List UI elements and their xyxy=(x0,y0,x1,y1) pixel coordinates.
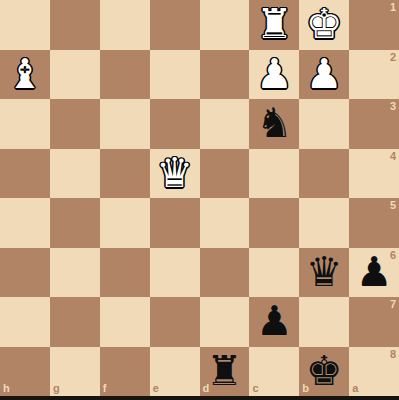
rank-label-4: 4 xyxy=(390,151,396,162)
square-g1[interactable] xyxy=(50,0,100,50)
white-pawn-b2[interactable]: ♟ xyxy=(299,50,349,100)
square-d1[interactable] xyxy=(200,0,250,50)
square-f6[interactable] xyxy=(100,248,150,298)
square-h2[interactable]: ♝ xyxy=(0,50,50,100)
black-knight-c3[interactable]: ♞ xyxy=(249,99,299,149)
white-pawn-c2[interactable]: ♟ xyxy=(249,50,299,100)
square-c4[interactable] xyxy=(249,149,299,199)
square-e8[interactable]: e xyxy=(150,347,200,397)
black-rook-d8[interactable]: ♜ xyxy=(200,347,250,397)
square-h7[interactable] xyxy=(0,297,50,347)
square-d6[interactable] xyxy=(200,248,250,298)
square-e2[interactable] xyxy=(150,50,200,100)
square-h4[interactable] xyxy=(0,149,50,199)
bottom-bar xyxy=(0,396,399,400)
file-label-g: g xyxy=(53,383,60,394)
square-c6[interactable] xyxy=(249,248,299,298)
white-rook-c1[interactable]: ♜ xyxy=(249,0,299,50)
square-a4[interactable]: 4 xyxy=(349,149,399,199)
square-d2[interactable] xyxy=(200,50,250,100)
file-label-a: a xyxy=(352,383,358,394)
white-king-b1[interactable]: ♚ xyxy=(299,0,349,50)
square-a3[interactable]: 3 xyxy=(349,99,399,149)
square-e5[interactable] xyxy=(150,198,200,248)
square-g5[interactable] xyxy=(50,198,100,248)
square-e4[interactable]: ♛ xyxy=(150,149,200,199)
square-c2[interactable]: ♟ xyxy=(249,50,299,100)
file-label-f: f xyxy=(103,383,107,394)
rank-label-1: 1 xyxy=(390,2,396,13)
square-d7[interactable] xyxy=(200,297,250,347)
square-h8[interactable]: h xyxy=(0,347,50,397)
white-bishop-h2[interactable]: ♝ xyxy=(0,50,50,100)
square-b4[interactable] xyxy=(299,149,349,199)
black-pawn-a6[interactable]: ♟ xyxy=(349,248,399,298)
square-a8[interactable]: 8a xyxy=(349,347,399,397)
square-a7[interactable]: 7 xyxy=(349,297,399,347)
square-b5[interactable] xyxy=(299,198,349,248)
square-g7[interactable] xyxy=(50,297,100,347)
chess-app: ♜♚1♝♟♟2♞3♛45♛6♟♟7hgfed♜cb♚8a xyxy=(0,0,399,400)
square-a2[interactable]: 2 xyxy=(349,50,399,100)
rank-label-3: 3 xyxy=(390,101,396,112)
chess-board[interactable]: ♜♚1♝♟♟2♞3♛45♛6♟♟7hgfed♜cb♚8a xyxy=(0,0,399,396)
square-e7[interactable] xyxy=(150,297,200,347)
square-b8[interactable]: b♚ xyxy=(299,347,349,397)
square-g6[interactable] xyxy=(50,248,100,298)
rank-label-5: 5 xyxy=(390,200,396,211)
rank-label-8: 8 xyxy=(390,349,396,360)
square-d4[interactable] xyxy=(200,149,250,199)
square-a1[interactable]: 1 xyxy=(349,0,399,50)
square-f7[interactable] xyxy=(100,297,150,347)
square-e1[interactable] xyxy=(150,0,200,50)
file-label-c: c xyxy=(252,383,258,394)
square-c3[interactable]: ♞ xyxy=(249,99,299,149)
square-f8[interactable]: f xyxy=(100,347,150,397)
square-b7[interactable] xyxy=(299,297,349,347)
black-king-b8[interactable]: ♚ xyxy=(299,347,349,397)
square-a5[interactable]: 5 xyxy=(349,198,399,248)
square-b6[interactable]: ♛ xyxy=(299,248,349,298)
square-h6[interactable] xyxy=(0,248,50,298)
square-e6[interactable] xyxy=(150,248,200,298)
square-b3[interactable] xyxy=(299,99,349,149)
square-g8[interactable]: g xyxy=(50,347,100,397)
square-b2[interactable]: ♟ xyxy=(299,50,349,100)
square-c8[interactable]: c xyxy=(249,347,299,397)
black-queen-b6[interactable]: ♛ xyxy=(299,248,349,298)
square-b1[interactable]: ♚ xyxy=(299,0,349,50)
square-c5[interactable] xyxy=(249,198,299,248)
square-h1[interactable] xyxy=(0,0,50,50)
square-f4[interactable] xyxy=(100,149,150,199)
square-f5[interactable] xyxy=(100,198,150,248)
square-d3[interactable] xyxy=(200,99,250,149)
square-d5[interactable] xyxy=(200,198,250,248)
square-a6[interactable]: 6♟ xyxy=(349,248,399,298)
rank-label-2: 2 xyxy=(390,52,396,63)
square-e3[interactable] xyxy=(150,99,200,149)
square-f2[interactable] xyxy=(100,50,150,100)
file-label-e: e xyxy=(153,383,159,394)
square-c7[interactable]: ♟ xyxy=(249,297,299,347)
square-h3[interactable] xyxy=(0,99,50,149)
square-h5[interactable] xyxy=(0,198,50,248)
black-pawn-c7[interactable]: ♟ xyxy=(249,297,299,347)
rank-label-7: 7 xyxy=(390,299,396,310)
square-g4[interactable] xyxy=(50,149,100,199)
file-label-h: h xyxy=(3,383,10,394)
square-f3[interactable] xyxy=(100,99,150,149)
square-f1[interactable] xyxy=(100,0,150,50)
square-g2[interactable] xyxy=(50,50,100,100)
white-queen-e4[interactable]: ♛ xyxy=(150,149,200,199)
square-c1[interactable]: ♜ xyxy=(249,0,299,50)
square-d8[interactable]: d♜ xyxy=(200,347,250,397)
square-g3[interactable] xyxy=(50,99,100,149)
